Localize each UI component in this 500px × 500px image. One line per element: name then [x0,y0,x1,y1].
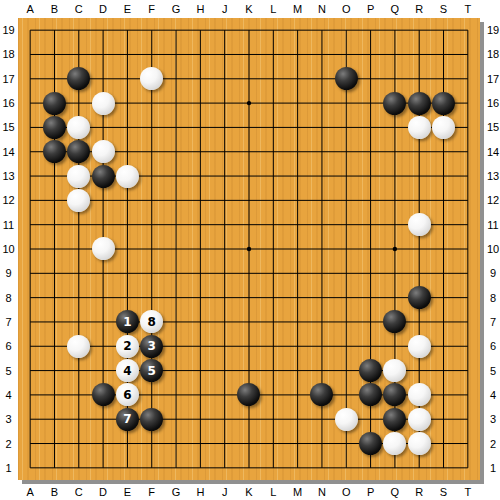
stone-P5-black [359,359,382,382]
stone-B16-black [43,92,66,115]
column-label: G [164,0,188,18]
row-label: 3 [486,407,500,431]
column-label: A [18,0,42,18]
column-label: J [213,484,237,500]
row-label: 13 [486,164,500,188]
row-label: 16 [486,91,500,115]
stone-R4-white [408,383,431,406]
column-label: S [431,484,455,500]
move-number: 2 [116,335,139,358]
column-label: R [407,484,431,500]
move-number: 5 [140,359,163,382]
row-label: 10 [0,237,17,261]
stone-K4-black [237,383,260,406]
row-label: 16 [0,91,17,115]
row-label: 18 [0,42,17,66]
move-number: 4 [116,359,139,382]
stone-R15-white [408,116,431,139]
row-label: 14 [0,140,17,164]
row-label: 15 [0,115,17,139]
row-label: 9 [486,261,500,285]
row-labels-left: 19181716151413121110987654321 [0,18,17,480]
column-label: O [334,484,358,500]
column-label: D [91,484,115,500]
row-label: 10 [486,237,500,261]
stone-D14-white [92,140,115,163]
move-number: 6 [116,383,139,406]
column-label: B [42,484,66,500]
column-label: L [261,484,285,500]
column-label: G [164,484,188,500]
column-label: K [237,484,261,500]
row-label: 19 [486,18,500,42]
stone-E13-white [116,165,139,188]
stone-Q4-black [383,383,406,406]
stone-E5-white: 4 [116,359,139,382]
stone-R6-white [408,335,431,358]
stone-C12-white [67,189,90,212]
column-label: F [140,484,164,500]
stone-D10-white [92,237,115,260]
column-label: M [285,484,309,500]
row-label: 15 [486,115,500,139]
column-label: N [310,484,334,500]
stone-N4-black [310,383,333,406]
column-label: C [67,0,91,18]
stone-F5-black: 5 [140,359,163,382]
stone-C6-white [67,335,90,358]
stone-C17-black [67,67,90,90]
row-label: 8 [0,285,17,309]
row-label: 5 [486,358,500,382]
row-label: 12 [486,188,500,212]
row-label: 14 [486,140,500,164]
stone-D13-black [92,165,115,188]
stone-E7-black: 1 [116,310,139,333]
row-label: 6 [0,334,17,358]
column-label: F [140,0,164,18]
stone-C14-black [67,140,90,163]
row-label: 5 [0,358,17,382]
row-label: 19 [0,18,17,42]
column-label: P [358,484,382,500]
stone-P2-black [359,432,382,455]
column-label: T [456,0,480,18]
stone-C13-white [67,165,90,188]
stone-F6-black: 3 [140,335,163,358]
column-label: H [188,0,212,18]
stone-O3-white [335,408,358,431]
stone-F17-white [140,67,163,90]
column-label: K [237,0,261,18]
move-number: 7 [116,408,139,431]
row-label: 4 [486,383,500,407]
row-label: 2 [486,431,500,455]
column-label: O [334,0,358,18]
column-label: E [115,0,139,18]
stone-D16-white [92,92,115,115]
stone-Q3-black [383,408,406,431]
column-label: Q [383,484,407,500]
stone-F3-black [140,408,163,431]
row-label: 1 [486,456,500,480]
column-label: J [213,0,237,18]
stone-E3-black: 7 [116,408,139,431]
column-label: S [431,0,455,18]
row-label: 11 [0,213,17,237]
row-labels-right: 19181716151413121110987654321 [486,18,500,480]
move-number: 3 [140,335,163,358]
column-label: A [18,484,42,500]
stone-S16-black [432,92,455,115]
stone-B15-black [43,116,66,139]
column-label: H [188,484,212,500]
stone-R3-white [408,408,431,431]
move-number: 8 [140,310,163,333]
column-label: Q [383,0,407,18]
row-label: 13 [0,164,17,188]
column-label: C [67,484,91,500]
stone-R11-white [408,213,431,236]
stone-R8-black [408,286,431,309]
go-diagram: ABCDEFGHJKLMNOPQRST ABCDEFGHJKLMNOPQRST … [0,0,500,500]
row-label: 9 [0,261,17,285]
stone-Q5-white [383,359,406,382]
column-label: D [91,0,115,18]
column-label: P [358,0,382,18]
row-label: 3 [0,407,17,431]
stone-Q7-black [383,310,406,333]
column-labels-bottom: ABCDEFGHJKLMNOPQRST [18,484,480,500]
row-label: 4 [0,383,17,407]
goban[interactable]: 18234567 [18,18,480,480]
column-label: N [310,0,334,18]
row-label: 18 [486,42,500,66]
row-label: 11 [486,213,500,237]
stones-layer: 18234567 [18,18,480,480]
stone-E4-white: 6 [116,383,139,406]
stone-B14-black [43,140,66,163]
column-label: L [261,0,285,18]
column-label: R [407,0,431,18]
column-label: B [42,0,66,18]
stone-P4-black [359,383,382,406]
row-label: 17 [486,67,500,91]
stone-R16-black [408,92,431,115]
stone-Q16-black [383,92,406,115]
column-label: E [115,484,139,500]
stone-F7-white: 8 [140,310,163,333]
stone-Q2-white [383,432,406,455]
row-label: 7 [0,310,17,334]
row-label: 12 [0,188,17,212]
stone-E6-white: 2 [116,335,139,358]
row-label: 6 [486,334,500,358]
row-label: 7 [486,310,500,334]
row-label: 8 [486,285,500,309]
column-label: T [456,484,480,500]
row-label: 17 [0,67,17,91]
move-number: 1 [116,310,139,333]
stone-C15-white [67,116,90,139]
row-label: 1 [0,456,17,480]
stone-D4-black [92,383,115,406]
stone-O17-black [335,67,358,90]
column-label: M [285,0,309,18]
stone-S15-white [432,116,455,139]
stone-R2-white [408,432,431,455]
column-labels-top: ABCDEFGHJKLMNOPQRST [18,0,480,18]
row-label: 2 [0,431,17,455]
